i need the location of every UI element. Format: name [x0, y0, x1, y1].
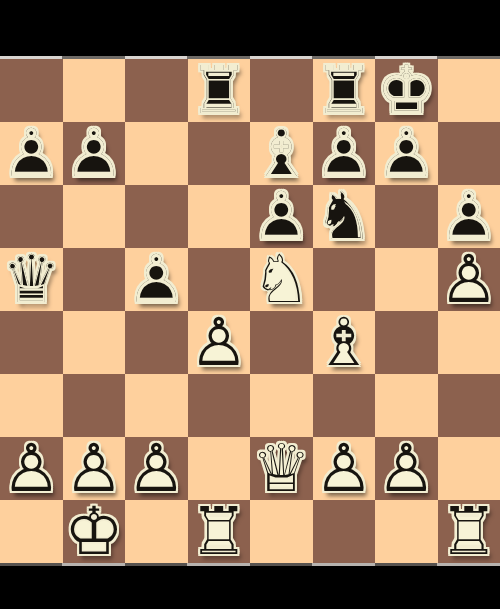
- black-rook-glyph: ♜: [313, 59, 376, 122]
- black-king-glyph: ♚: [375, 59, 438, 122]
- white-rook-outline: ♖: [188, 500, 251, 563]
- square-h3[interactable]: [438, 374, 500, 437]
- square-g4[interactable]: [375, 311, 438, 374]
- white-king-outline: ♔: [63, 500, 126, 563]
- white-bishop-glyph: ♝: [313, 311, 376, 374]
- black-pawn-glyph: ♟: [375, 122, 438, 185]
- white-queen-glyph: ♛: [250, 437, 313, 500]
- square-a3[interactable]: [0, 374, 63, 437]
- piece-white-queen[interactable]: ♛♕: [250, 437, 313, 500]
- white-pawn-outline: ♙: [0, 437, 63, 500]
- square-e3[interactable]: [250, 374, 313, 437]
- square-g2[interactable]: ♟♙: [375, 437, 438, 500]
- square-b8[interactable]: [63, 59, 126, 122]
- square-d5[interactable]: [188, 248, 251, 311]
- square-a7[interactable]: ♟♙: [0, 122, 63, 185]
- square-d2[interactable]: [188, 437, 251, 500]
- white-pawn-glyph: ♟: [313, 437, 376, 500]
- white-rook-glyph: ♜: [188, 500, 251, 563]
- square-a1[interactable]: [0, 500, 63, 563]
- square-d7[interactable]: [188, 122, 251, 185]
- piece-black-pawn[interactable]: ♟♙: [313, 122, 376, 185]
- piece-white-king[interactable]: ♚♔: [63, 500, 126, 563]
- black-pawn-outline: ♙: [63, 122, 126, 185]
- square-c1[interactable]: [125, 500, 188, 563]
- board-bottom-edge: [0, 563, 500, 566]
- square-g1[interactable]: [375, 500, 438, 563]
- square-h5[interactable]: ♟♙: [438, 248, 500, 311]
- square-e7[interactable]: ♝♗: [250, 122, 313, 185]
- square-d3[interactable]: [188, 374, 251, 437]
- square-e8[interactable]: [250, 59, 313, 122]
- square-c4[interactable]: [125, 311, 188, 374]
- square-f2[interactable]: ♟♙: [313, 437, 376, 500]
- piece-white-rook[interactable]: ♜♖: [438, 500, 500, 563]
- square-f7[interactable]: ♟♙: [313, 122, 376, 185]
- black-rook-glyph: ♜: [188, 59, 251, 122]
- piece-black-king[interactable]: ♚♔: [375, 59, 438, 122]
- black-pawn-glyph: ♟: [63, 122, 126, 185]
- square-h1[interactable]: ♜♖: [438, 500, 500, 563]
- piece-white-rook[interactable]: ♜♖: [188, 500, 251, 563]
- square-g7[interactable]: ♟♙: [375, 122, 438, 185]
- piece-black-pawn[interactable]: ♟♙: [438, 185, 500, 248]
- square-b2[interactable]: ♟♙: [63, 437, 126, 500]
- square-b7[interactable]: ♟♙: [63, 122, 126, 185]
- square-g8[interactable]: ♚♔: [375, 59, 438, 122]
- black-pawn-outline: ♙: [313, 122, 376, 185]
- piece-white-pawn[interactable]: ♟♙: [125, 437, 188, 500]
- square-d1[interactable]: ♜♖: [188, 500, 251, 563]
- square-c8[interactable]: [125, 59, 188, 122]
- square-b3[interactable]: [63, 374, 126, 437]
- white-pawn-glyph: ♟: [0, 437, 63, 500]
- black-pawn-glyph: ♟: [250, 185, 313, 248]
- square-e5[interactable]: ♞♘: [250, 248, 313, 311]
- square-f5[interactable]: [313, 248, 376, 311]
- piece-white-pawn[interactable]: ♟♙: [188, 311, 251, 374]
- piece-white-pawn[interactable]: ♟♙: [63, 437, 126, 500]
- black-pawn-outline: ♙: [125, 248, 188, 311]
- piece-black-rook[interactable]: ♜♖: [313, 59, 376, 122]
- black-pawn-outline: ♙: [0, 122, 63, 185]
- white-king-glyph: ♚: [63, 500, 126, 563]
- white-pawn-outline: ♙: [313, 437, 376, 500]
- square-e2[interactable]: ♛♕: [250, 437, 313, 500]
- black-queen-glyph: ♛: [0, 248, 63, 311]
- piece-black-knight[interactable]: ♞♘: [313, 185, 376, 248]
- piece-white-bishop[interactable]: ♝♗: [313, 311, 376, 374]
- piece-white-pawn[interactable]: ♟♙: [313, 437, 376, 500]
- square-b5[interactable]: [63, 248, 126, 311]
- square-c7[interactable]: [125, 122, 188, 185]
- black-pawn-outline: ♙: [375, 122, 438, 185]
- square-f8[interactable]: ♜♖: [313, 59, 376, 122]
- square-c5[interactable]: ♟♙: [125, 248, 188, 311]
- square-c2[interactable]: ♟♙: [125, 437, 188, 500]
- square-g5[interactable]: [375, 248, 438, 311]
- white-pawn-outline: ♙: [125, 437, 188, 500]
- square-f4[interactable]: ♝♗: [313, 311, 376, 374]
- square-a5[interactable]: ♛♕: [0, 248, 63, 311]
- square-h6[interactable]: ♟♙: [438, 185, 500, 248]
- square-e4[interactable]: [250, 311, 313, 374]
- square-c6[interactable]: [125, 185, 188, 248]
- white-knight-glyph: ♞: [250, 248, 313, 311]
- white-pawn-glyph: ♟: [125, 437, 188, 500]
- square-e6[interactable]: ♟♙: [250, 185, 313, 248]
- black-queen-outline: ♕: [0, 248, 63, 311]
- white-pawn-glyph: ♟: [438, 248, 500, 311]
- piece-black-pawn[interactable]: ♟♙: [63, 122, 126, 185]
- piece-white-pawn[interactable]: ♟♙: [375, 437, 438, 500]
- square-g3[interactable]: [375, 374, 438, 437]
- white-pawn-glyph: ♟: [63, 437, 126, 500]
- white-pawn-outline: ♙: [63, 437, 126, 500]
- square-h4[interactable]: [438, 311, 500, 374]
- black-rook-outline: ♖: [188, 59, 251, 122]
- black-knight-glyph: ♞: [313, 185, 376, 248]
- piece-black-pawn[interactable]: ♟♙: [0, 122, 63, 185]
- piece-white-pawn[interactable]: ♟♙: [0, 437, 63, 500]
- square-f1[interactable]: [313, 500, 376, 563]
- white-pawn-glyph: ♟: [188, 311, 251, 374]
- white-pawn-outline: ♙: [375, 437, 438, 500]
- square-a8[interactable]: [0, 59, 63, 122]
- chess-board[interactable]: ♜♖♜♖♚♔♟♙♟♙♝♗♟♙♟♙♟♙♞♘♟♙♛♕♟♙♞♘♟♙♟♙♝♗♟♙♟♙♟♙…: [0, 59, 500, 563]
- square-f3[interactable]: [313, 374, 376, 437]
- app-background: ♜♖♜♖♚♔♟♙♟♙♝♗♟♙♟♙♟♙♞♘♟♙♛♕♟♙♞♘♟♙♟♙♝♗♟♙♟♙♟♙…: [0, 0, 500, 609]
- square-b6[interactable]: [63, 185, 126, 248]
- piece-white-pawn[interactable]: ♟♙: [438, 248, 500, 311]
- square-h7[interactable]: [438, 122, 500, 185]
- black-knight-outline: ♘: [313, 185, 376, 248]
- black-bishop-outline: ♗: [250, 122, 313, 185]
- black-bishop-glyph: ♝: [250, 122, 313, 185]
- piece-black-queen[interactable]: ♛♕: [0, 248, 63, 311]
- white-knight-outline: ♘: [250, 248, 313, 311]
- black-pawn-glyph: ♟: [313, 122, 376, 185]
- black-pawn-outline: ♙: [250, 185, 313, 248]
- piece-white-knight[interactable]: ♞♘: [250, 248, 313, 311]
- white-rook-outline: ♖: [438, 500, 500, 563]
- piece-black-rook[interactable]: ♜♖: [188, 59, 251, 122]
- white-bishop-outline: ♗: [313, 311, 376, 374]
- square-g6[interactable]: [375, 185, 438, 248]
- square-b4[interactable]: [63, 311, 126, 374]
- square-a2[interactable]: ♟♙: [0, 437, 63, 500]
- square-a4[interactable]: [0, 311, 63, 374]
- white-queen-outline: ♕: [250, 437, 313, 500]
- black-pawn-glyph: ♟: [125, 248, 188, 311]
- piece-black-pawn[interactable]: ♟♙: [125, 248, 188, 311]
- white-pawn-outline: ♙: [188, 311, 251, 374]
- piece-black-pawn[interactable]: ♟♙: [375, 122, 438, 185]
- square-e1[interactable]: [250, 500, 313, 563]
- piece-black-pawn[interactable]: ♟♙: [250, 185, 313, 248]
- square-h8[interactable]: [438, 59, 500, 122]
- black-king-outline: ♔: [375, 59, 438, 122]
- chess-board-wrapper: ♜♖♜♖♚♔♟♙♟♙♝♗♟♙♟♙♟♙♞♘♟♙♛♕♟♙♞♘♟♙♟♙♝♗♟♙♟♙♟♙…: [0, 56, 500, 566]
- square-d8[interactable]: ♜♖: [188, 59, 251, 122]
- square-d4[interactable]: ♟♙: [188, 311, 251, 374]
- black-rook-outline: ♖: [313, 59, 376, 122]
- white-rook-glyph: ♜: [438, 500, 500, 563]
- black-pawn-glyph: ♟: [0, 122, 63, 185]
- white-pawn-outline: ♙: [438, 248, 500, 311]
- square-h2[interactable]: [438, 437, 500, 500]
- black-pawn-glyph: ♟: [438, 185, 500, 248]
- square-f6[interactable]: ♞♘: [313, 185, 376, 248]
- square-c3[interactable]: [125, 374, 188, 437]
- black-pawn-outline: ♙: [438, 185, 500, 248]
- square-b1[interactable]: ♚♔: [63, 500, 126, 563]
- square-a6[interactable]: [0, 185, 63, 248]
- piece-black-bishop[interactable]: ♝♗: [250, 122, 313, 185]
- white-pawn-glyph: ♟: [375, 437, 438, 500]
- square-d6[interactable]: [188, 185, 251, 248]
